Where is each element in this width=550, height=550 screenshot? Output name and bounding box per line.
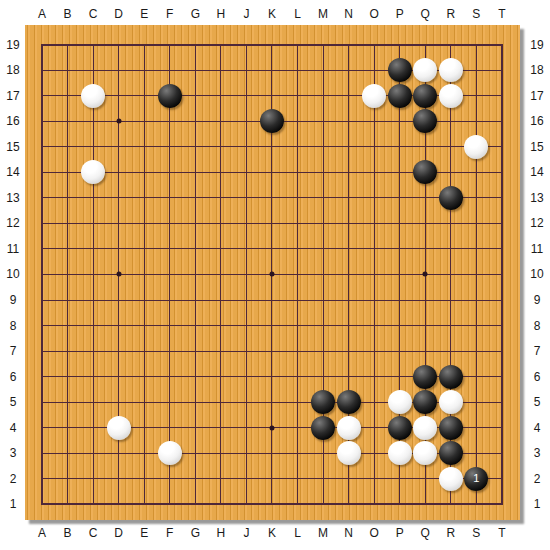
row-label-left-17: 17 (6, 89, 19, 103)
row-label-left-15: 15 (6, 140, 19, 154)
stone-white-P3 (388, 441, 412, 465)
row-label-left-2: 2 (10, 472, 17, 486)
row-label-left-12: 12 (6, 216, 19, 230)
row-label-left-10: 10 (6, 267, 19, 281)
row-label-left-14: 14 (6, 165, 19, 179)
column-label-bottom-C: C (89, 526, 98, 540)
row-label-left-6: 6 (10, 370, 17, 384)
row-label-left-11: 11 (7, 242, 19, 256)
row-label-left-7: 7 (10, 344, 17, 358)
move-number-label: 1 (473, 473, 479, 484)
column-label-top-R: R (446, 7, 455, 21)
column-label-bottom-R: R (446, 526, 455, 540)
column-label-bottom-A: A (38, 526, 46, 540)
row-label-right-15: 15 (530, 140, 543, 154)
column-label-bottom-K: K (268, 526, 276, 540)
stone-black-M4 (311, 416, 335, 440)
stone-black-P4 (388, 416, 412, 440)
stone-white-O17 (362, 84, 386, 108)
stone-white-R2 (439, 467, 463, 491)
stone-white-Q4 (413, 416, 437, 440)
row-label-right-16: 16 (530, 114, 543, 128)
stone-black-K16 (260, 109, 284, 133)
column-label-bottom-F: F (166, 526, 173, 540)
grid-line-horizontal-8 (41, 325, 503, 326)
column-label-bottom-M: M (318, 526, 328, 540)
column-label-bottom-T: T (498, 526, 505, 540)
grid-line-horizontal-7 (41, 351, 503, 352)
column-label-top-T: T (498, 7, 505, 21)
stone-black-R6 (439, 365, 463, 389)
column-label-top-J: J (243, 7, 249, 21)
row-label-right-11: 11 (531, 242, 543, 256)
column-label-bottom-O: O (369, 526, 378, 540)
column-label-top-E: E (140, 7, 148, 21)
star-point-K10 (269, 272, 274, 277)
column-label-top-H: H (217, 7, 226, 21)
row-label-left-1: 1 (10, 497, 17, 511)
row-label-left-16: 16 (6, 114, 19, 128)
stone-white-Q3 (413, 441, 437, 465)
column-label-top-N: N (344, 7, 353, 21)
row-label-right-14: 14 (530, 165, 543, 179)
stone-white-R5 (439, 390, 463, 414)
column-label-top-B: B (64, 7, 72, 21)
stone-black-Q6 (413, 365, 437, 389)
row-label-left-18: 18 (6, 63, 19, 77)
stone-white-F3 (158, 441, 182, 465)
column-label-top-F: F (166, 7, 173, 21)
row-label-left-4: 4 (10, 421, 17, 435)
column-label-top-D: D (114, 7, 123, 21)
stone-black-M5 (311, 390, 335, 414)
row-label-right-17: 17 (530, 89, 543, 103)
stone-black-P17 (388, 84, 412, 108)
row-label-left-13: 13 (6, 191, 19, 205)
row-label-right-8: 8 (534, 319, 541, 333)
stone-white-Q18 (413, 58, 437, 82)
star-point-D10 (116, 272, 121, 277)
grid-line-vertical-L (297, 44, 298, 506)
row-label-left-9: 9 (10, 293, 17, 307)
grid-line-horizontal-9 (41, 300, 503, 301)
stone-white-D4 (107, 416, 131, 440)
stone-black-R13 (439, 186, 463, 210)
grid-line-horizontal-1 (41, 503, 503, 505)
stone-white-C17 (81, 84, 105, 108)
stone-white-R17 (439, 84, 463, 108)
row-label-right-1: 1 (534, 497, 541, 511)
column-label-bottom-D: D (114, 526, 123, 540)
stone-black-Q14 (413, 160, 437, 184)
column-label-bottom-G: G (191, 526, 200, 540)
column-label-bottom-S: S (472, 526, 480, 540)
grid-line-vertical-O (374, 44, 375, 506)
row-label-left-5: 5 (10, 395, 17, 409)
grid-line-vertical-T (501, 44, 503, 506)
star-point-K4 (269, 425, 274, 430)
column-label-bottom-N: N (344, 526, 353, 540)
column-label-top-G: G (191, 7, 200, 21)
stone-white-N3 (337, 441, 361, 465)
row-label-right-6: 6 (534, 370, 541, 384)
row-label-right-9: 9 (534, 293, 541, 307)
column-label-top-S: S (472, 7, 480, 21)
row-label-right-13: 13 (530, 191, 543, 205)
row-label-right-7: 7 (534, 344, 541, 358)
stone-black-S2: 1 (464, 467, 488, 491)
stone-white-N4 (337, 416, 361, 440)
column-label-top-O: O (369, 7, 378, 21)
go-diagram: AABBCCDDEEFFGGHHJJKKLLMMNNOOPPQQRRSSTT19… (0, 0, 550, 550)
row-label-right-2: 2 (534, 472, 541, 486)
column-label-bottom-H: H (217, 526, 226, 540)
row-label-right-19: 19 (530, 38, 543, 52)
stone-white-S15 (464, 135, 488, 159)
star-point-D16 (116, 119, 121, 124)
stone-black-R4 (439, 416, 463, 440)
column-label-bottom-E: E (140, 526, 148, 540)
grid-line-vertical-S (476, 44, 477, 506)
stone-white-P5 (388, 390, 412, 414)
row-label-right-10: 10 (530, 267, 543, 281)
column-label-top-C: C (89, 7, 98, 21)
stone-black-P18 (388, 58, 412, 82)
column-label-bottom-P: P (396, 526, 404, 540)
stone-black-Q17 (413, 84, 437, 108)
stone-black-Q5 (413, 390, 437, 414)
column-label-top-Q: Q (421, 7, 430, 21)
column-label-top-A: A (38, 7, 46, 21)
grid-line-horizontal-2 (41, 478, 503, 479)
row-label-right-18: 18 (530, 63, 543, 77)
stone-black-R3 (439, 441, 463, 465)
column-label-top-M: M (318, 7, 328, 21)
row-label-right-12: 12 (530, 216, 543, 230)
stone-black-N5 (337, 390, 361, 414)
stone-white-R18 (439, 58, 463, 82)
stone-black-F17 (158, 84, 182, 108)
row-label-left-8: 8 (10, 319, 17, 333)
column-label-top-K: K (268, 7, 276, 21)
stone-white-C14 (81, 160, 105, 184)
row-label-right-5: 5 (534, 395, 541, 409)
row-label-right-4: 4 (534, 421, 541, 435)
column-label-top-L: L (294, 7, 301, 21)
column-label-bottom-B: B (64, 526, 72, 540)
column-label-top-P: P (396, 7, 404, 21)
row-label-left-3: 3 (10, 446, 17, 460)
column-label-bottom-J: J (243, 526, 249, 540)
row-label-right-3: 3 (534, 446, 541, 460)
stone-black-Q16 (413, 109, 437, 133)
column-label-bottom-Q: Q (421, 526, 430, 540)
column-label-bottom-L: L (294, 526, 301, 540)
star-point-Q10 (423, 272, 428, 277)
row-label-left-19: 19 (6, 38, 19, 52)
